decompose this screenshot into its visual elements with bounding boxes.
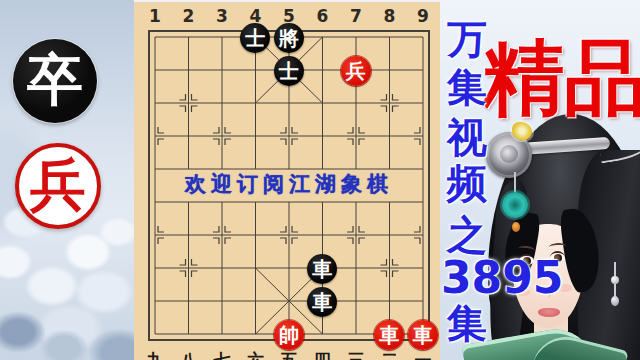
file-numeral: 九 xyxy=(143,349,167,360)
pieces-layer: 士將士兵車車帥車車 xyxy=(138,21,440,351)
piece-red-chariot2[interactable]: 車 xyxy=(408,320,438,350)
piece-black-chariot[interactable]: 車 xyxy=(307,254,337,284)
file-numeral: 五 xyxy=(277,349,301,360)
piece-black-advisor[interactable]: 士 xyxy=(240,23,270,53)
file-numeral: 四 xyxy=(311,349,335,360)
piece-red-chariot[interactable]: 車 xyxy=(374,320,404,350)
portrait-lips xyxy=(538,308,560,317)
file-numeral: 二 xyxy=(378,349,402,360)
piece-red-king[interactable]: 帥 xyxy=(274,320,304,350)
right-banner-panel: 精品 万 集 视 频 之 3895 集 xyxy=(440,0,640,360)
file-numeral: 三 xyxy=(344,349,368,360)
file-numbers-bottom: 九 八 七 六 五 四 三 二 一 xyxy=(134,349,440,360)
earring-icon xyxy=(614,262,616,306)
premium-label: 精品 xyxy=(482,30,640,126)
file-numeral: 八 xyxy=(177,349,201,360)
piece-red-soldier[interactable]: 兵 xyxy=(341,56,371,86)
caption-char: 集 xyxy=(445,296,489,351)
piece-black-chariot2[interactable]: 車 xyxy=(307,287,337,317)
piece-black-general[interactable]: 將 xyxy=(274,23,304,53)
teal-pendant-icon xyxy=(502,192,528,218)
pendant-bead-icon xyxy=(512,222,520,232)
black-soldier-badge-glyph: 卒 xyxy=(27,43,83,119)
red-soldier-badge: 兵 xyxy=(15,143,101,229)
red-soldier-badge-glyph: 兵 xyxy=(30,148,86,224)
xiangqi-board[interactable]: 1 2 3 4 5 6 7 8 9 欢迎订阅江湖象棋 士將士兵車車帥車車 九 八… xyxy=(134,2,440,360)
file-numeral: 六 xyxy=(244,349,268,360)
snow-scene-panel: 卒 兵 xyxy=(0,0,134,360)
caption-char: 万 xyxy=(445,12,489,67)
caption-char: 集 xyxy=(445,60,489,115)
black-soldier-badge: 卒 xyxy=(13,39,97,123)
file-numeral: 一 xyxy=(411,349,435,360)
caption-char: 频 xyxy=(445,156,489,211)
piece-black-advisor2[interactable]: 士 xyxy=(274,56,304,86)
file-numeral: 七 xyxy=(210,349,234,360)
